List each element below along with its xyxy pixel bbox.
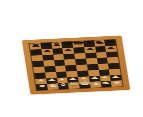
piece-black-pawn-g7: ♟ <box>95 44 106 50</box>
piece-black-pawn-e7: ♟ <box>74 45 85 51</box>
chess-board: ♜♞♝♛♚♝♞♜♟♟♟♟♟♟♟♟♟♟♟♟♟♟♟♟♜♞♝♛♚♝♞♜ <box>22 35 130 94</box>
chess-set-product-photo: ♜♞♝♛♚♝♞♜♟♟♟♟♟♟♟♟♟♟♟♟♟♟♟♟♜♞♝♛♚♝♞♜ <box>0 0 143 117</box>
piece-black-pawn-h7: ♟ <box>106 44 117 50</box>
piece-white-rook-h1: ♜ <box>111 79 122 85</box>
black-pawn-icon: ♟ <box>42 49 52 52</box>
white-rook-icon: ♜ <box>36 84 47 88</box>
black-pawn-icon: ♟ <box>64 48 74 51</box>
piece-white-knight-g1: ♞ <box>101 79 112 85</box>
board-front-edge <box>32 90 130 95</box>
white-rook-icon: ♜ <box>111 81 122 85</box>
piece-white-rook-a1: ♜ <box>36 82 47 88</box>
piece-black-pawn-b7: ♟ <box>42 47 53 53</box>
piece-black-pawn-d7: ♟ <box>63 46 74 52</box>
pieces-layer: ♜♞♝♛♚♝♞♜♟♟♟♟♟♟♟♟♟♟♟♟♟♟♟♟♜♞♝♛♚♝♞♜ <box>29 40 122 91</box>
piece-black-knight-g8: ♞ <box>94 38 105 44</box>
piece-black-pawn-f7: ♟ <box>84 45 95 51</box>
black-pawn-icon: ♟ <box>53 49 63 52</box>
black-pawn-icon: ♟ <box>74 48 84 51</box>
black-pawn-icon: ♟ <box>106 46 116 49</box>
piece-black-pawn-c7: ♟ <box>52 46 63 52</box>
piece-black-rook-h8: ♜ <box>105 38 116 44</box>
piece-black-pawn-a7: ♟ <box>31 47 42 53</box>
black-pawn-icon: ♟ <box>85 47 95 50</box>
black-pawn-icon: ♟ <box>96 47 106 50</box>
black-pawn-icon: ♟ <box>31 50 41 53</box>
piece-black-rook-a8: ♜ <box>30 41 41 47</box>
